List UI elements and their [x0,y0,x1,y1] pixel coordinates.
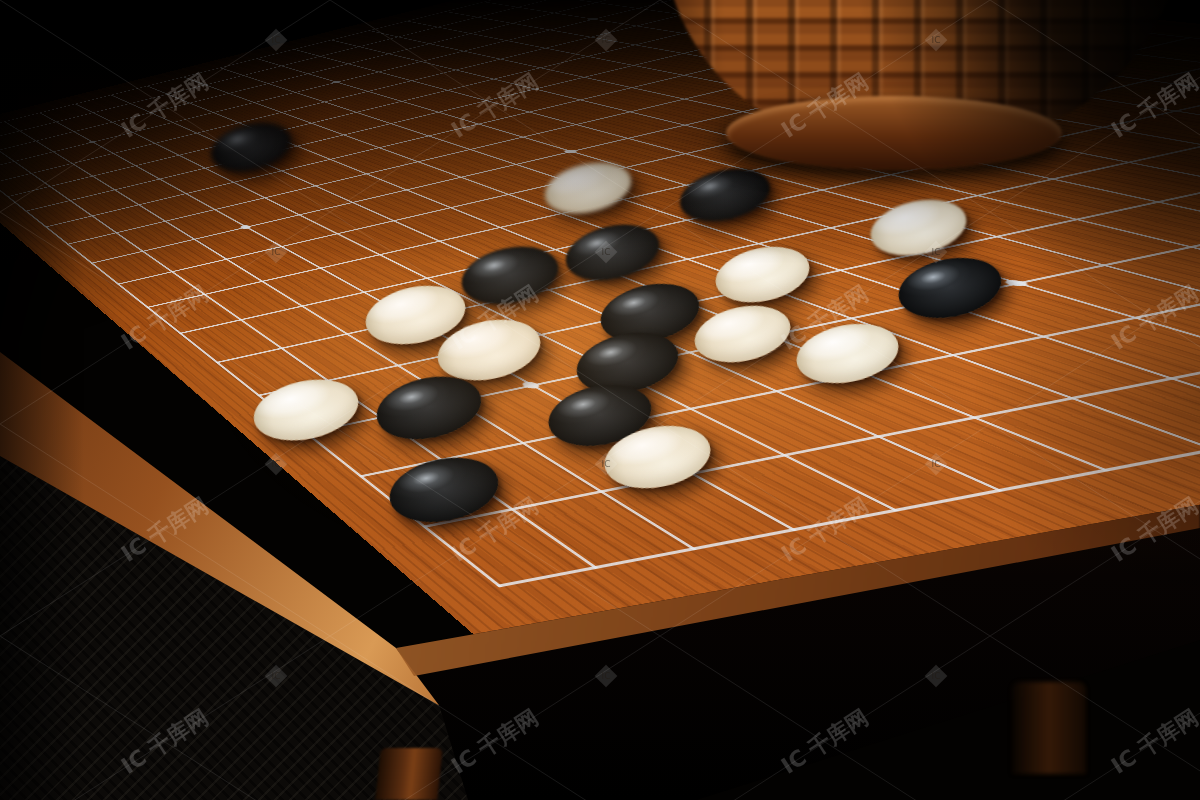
stone-black-F6 [456,238,563,312]
stone-black-B2 [384,449,504,531]
stone-white-J8 [540,155,637,222]
stone-black-J4 [893,250,1006,327]
basket-base-rim [726,96,1062,170]
stone-white-H5 [710,238,814,310]
stone-black-F13 [206,115,297,179]
stone-white-G3 [791,315,903,391]
stone-white-G4 [689,298,795,371]
go-board-photo-scene: IC 千库网 IC [0,0,1200,800]
stone-black-H6 [560,215,664,288]
stone-white-K6 [865,191,971,263]
stone-white-A4 [248,371,364,450]
